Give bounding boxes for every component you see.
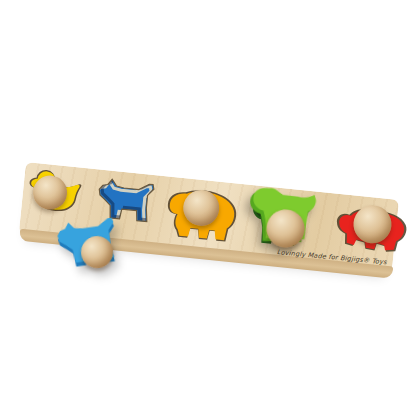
puzzle-piece-dog-removed xyxy=(53,213,126,278)
product-photo-stage: Lovingly Made for Bigjigs® Toys xyxy=(0,0,420,420)
